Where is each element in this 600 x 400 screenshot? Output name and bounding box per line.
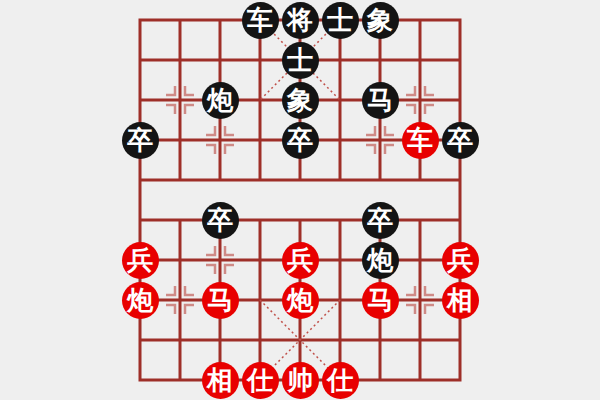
piece-red-cannon[interactable]: 炮 bbox=[282, 282, 319, 319]
piece-black-cannon[interactable]: 炮 bbox=[362, 242, 399, 279]
piece-red-horse[interactable]: 马 bbox=[202, 282, 239, 319]
piece-red-cannon[interactable]: 炮 bbox=[122, 282, 159, 319]
piece-red-soldier[interactable]: 兵 bbox=[442, 242, 479, 279]
piece-red-elephant[interactable]: 相 bbox=[202, 362, 239, 399]
piece-black-advisor[interactable]: 士 bbox=[322, 2, 359, 39]
piece-black-horse[interactable]: 马 bbox=[362, 82, 399, 119]
piece-black-general[interactable]: 将 bbox=[282, 2, 319, 39]
piece-red-elephant[interactable]: 相 bbox=[442, 282, 479, 319]
pieces-grid: 车将士象士炮象马卒卒车卒卒卒兵兵炮兵炮马炮马相相仕帅仕 bbox=[120, 0, 480, 400]
piece-black-cannon[interactable]: 炮 bbox=[202, 82, 239, 119]
piece-red-advisor[interactable]: 仕 bbox=[322, 362, 359, 399]
piece-red-soldier[interactable]: 兵 bbox=[122, 242, 159, 279]
piece-red-chariot[interactable]: 车 bbox=[402, 122, 439, 159]
piece-black-elephant[interactable]: 象 bbox=[282, 82, 319, 119]
piece-black-advisor[interactable]: 士 bbox=[282, 42, 319, 79]
piece-black-soldier[interactable]: 卒 bbox=[122, 122, 159, 159]
piece-black-soldier[interactable]: 卒 bbox=[282, 122, 319, 159]
piece-red-advisor[interactable]: 仕 bbox=[242, 362, 279, 399]
piece-black-soldier[interactable]: 卒 bbox=[442, 122, 479, 159]
xiangqi-board: 车将士象士炮象马卒卒车卒卒卒兵兵炮兵炮马炮马相相仕帅仕 bbox=[0, 0, 600, 400]
piece-black-soldier[interactable]: 卒 bbox=[202, 202, 239, 239]
piece-black-elephant[interactable]: 象 bbox=[362, 2, 399, 39]
piece-black-chariot[interactable]: 车 bbox=[242, 2, 279, 39]
piece-red-general[interactable]: 帅 bbox=[282, 362, 319, 399]
piece-red-horse[interactable]: 马 bbox=[362, 282, 399, 319]
piece-red-soldier[interactable]: 兵 bbox=[282, 242, 319, 279]
piece-black-soldier[interactable]: 卒 bbox=[362, 202, 399, 239]
